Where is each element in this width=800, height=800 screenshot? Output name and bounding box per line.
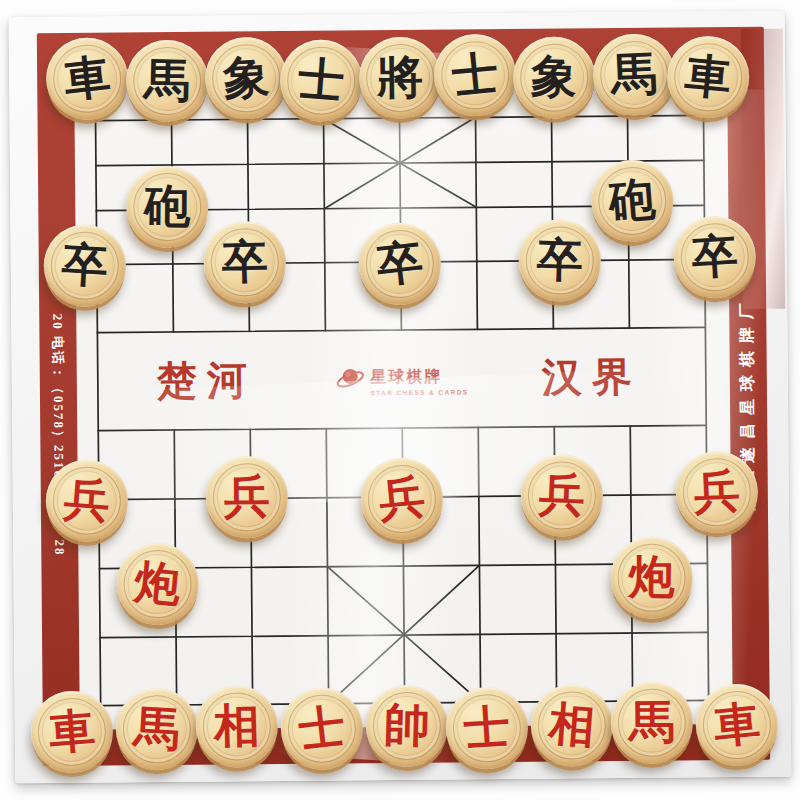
piece-char: 兵 [674, 449, 759, 534]
piece-black-soldier-5[interactable]: 卒 [673, 216, 756, 299]
piece-red-soldier-5[interactable]: 兵 [675, 451, 758, 534]
piece-char: 炮 [610, 536, 693, 619]
piece-red-general[interactable]: 帥 [365, 685, 448, 768]
piece-char: 帥 [365, 684, 449, 768]
pieces-layer: 車馬象士將士象馬車砲砲卒卒卒卒卒兵兵兵兵兵炮炮車馬相士帥士相馬車 [0, 0, 800, 800]
piece-black-advisor-left[interactable]: 士 [279, 39, 362, 122]
piece-black-chariot-left[interactable]: 車 [46, 37, 129, 120]
piece-red-chariot-right[interactable]: 車 [695, 684, 778, 767]
piece-red-cannon-right[interactable]: 炮 [610, 536, 693, 619]
piece-red-soldier-1[interactable]: 兵 [46, 459, 129, 542]
piece-black-chariot-right[interactable]: 車 [667, 36, 750, 119]
piece-char: 卒 [518, 219, 602, 303]
piece-char: 車 [663, 33, 752, 122]
piece-black-horse-left[interactable]: 馬 [125, 40, 208, 123]
piece-char: 車 [28, 688, 116, 776]
piece-red-horse-right[interactable]: 馬 [610, 681, 693, 764]
piece-red-elephant-left[interactable]: 相 [195, 685, 278, 768]
piece-char: 車 [692, 680, 781, 769]
piece-black-soldier-3[interactable]: 卒 [358, 223, 441, 306]
piece-char: 相 [195, 684, 279, 768]
xiangqi-board-photo: 楚河 汉界 星球棋牌 STAR CHESS & CARDS 20 电话：（057… [0, 0, 800, 800]
piece-black-advisor-right[interactable]: 士 [433, 34, 516, 117]
piece-black-elephant-left[interactable]: 象 [205, 37, 288, 120]
piece-char: 車 [42, 33, 133, 124]
piece-red-horse-left[interactable]: 馬 [116, 688, 199, 771]
piece-char: 卒 [671, 214, 758, 301]
piece-char: 兵 [205, 456, 288, 539]
piece-char: 馬 [125, 39, 209, 123]
piece-black-soldier-1[interactable]: 卒 [43, 224, 126, 307]
piece-black-horse-right[interactable]: 馬 [592, 34, 675, 117]
piece-char: 砲 [126, 166, 209, 249]
piece-black-cannon-left[interactable]: 砲 [126, 166, 209, 249]
piece-char: 炮 [113, 539, 202, 628]
piece-char: 卒 [354, 219, 445, 310]
piece-char: 馬 [610, 681, 693, 764]
piece-red-advisor-left[interactable]: 士 [281, 687, 364, 770]
piece-char: 象 [203, 35, 290, 122]
piece-char: 相 [528, 681, 616, 769]
piece-char: 士 [443, 685, 530, 772]
piece-black-soldier-2[interactable]: 卒 [203, 221, 286, 304]
piece-char: 馬 [113, 686, 200, 773]
piece-char: 卒 [203, 220, 287, 304]
piece-red-soldier-4[interactable]: 兵 [520, 454, 603, 537]
piece-char: 象 [511, 35, 596, 120]
piece-char: 士 [276, 683, 367, 774]
piece-red-advisor-right[interactable]: 士 [446, 687, 529, 770]
piece-black-elephant-right[interactable]: 象 [513, 36, 596, 119]
piece-black-general[interactable]: 將 [359, 37, 442, 120]
piece-red-chariot-left[interactable]: 車 [31, 691, 114, 774]
piece-black-soldier-4[interactable]: 卒 [518, 219, 601, 302]
piece-char: 士 [430, 31, 519, 120]
piece-char: 將 [359, 37, 442, 120]
piece-char: 士 [277, 37, 365, 125]
piece-red-cannon-left[interactable]: 炮 [116, 543, 199, 626]
piece-black-cannon-right[interactable]: 砲 [591, 160, 674, 243]
piece-char: 卒 [41, 222, 128, 309]
piece-char: 兵 [43, 457, 131, 545]
piece-red-elephant-right[interactable]: 相 [530, 684, 613, 767]
piece-char: 兵 [357, 454, 446, 543]
piece-char: 兵 [519, 453, 604, 538]
piece-red-soldier-2[interactable]: 兵 [205, 456, 288, 539]
piece-red-soldier-3[interactable]: 兵 [361, 458, 444, 541]
